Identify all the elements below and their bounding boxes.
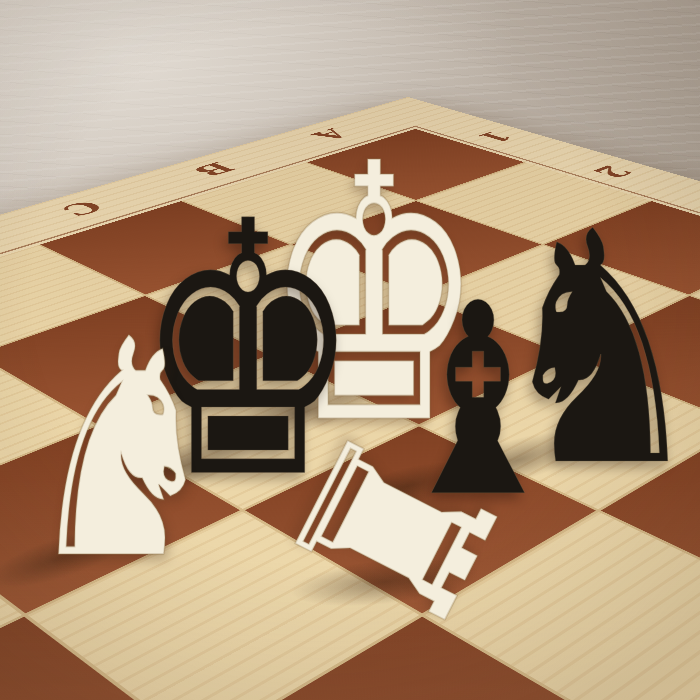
- chess-photo-scene: ABCDEFGH 12345678 ♚♞♜♚♝♞: [0, 0, 700, 700]
- knight-glyph: ♞: [22, 301, 221, 601]
